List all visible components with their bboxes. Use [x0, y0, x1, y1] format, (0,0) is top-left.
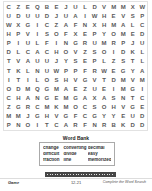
grid-cell[interactable]: C [52, 121, 62, 130]
grid-cell[interactable]: A [99, 93, 109, 102]
grid-cell[interactable]: U [128, 112, 138, 121]
grid-cell[interactable]: U [33, 11, 43, 20]
grid-cell[interactable]: I [109, 84, 119, 93]
grid-cell[interactable]: T [42, 121, 52, 130]
grid-cell[interactable]: C [23, 48, 33, 57]
grid-cell[interactable]: K [14, 66, 24, 75]
grid-cell[interactable]: U [33, 57, 43, 66]
grid-cell[interactable]: D [90, 2, 100, 11]
grid-cell[interactable]: G [90, 112, 100, 121]
grid-cell[interactable]: H [99, 11, 109, 20]
grid-cell[interactable]: K [128, 48, 138, 57]
grid-cell[interactable]: Y [109, 112, 119, 121]
grid-cell[interactable]: I [4, 75, 14, 84]
grid-cell[interactable]: U [23, 39, 33, 48]
word-search-grid: CZEQBEJULDVMMXWUDUUDJUAIWHEVSPWXGICZAFNX… [3, 1, 148, 131]
grid-cell[interactable]: M [109, 2, 119, 11]
grid-cell[interactable]: N [33, 66, 43, 75]
grid-cell[interactable]: H [61, 75, 71, 84]
grid-cell[interactable]: V [99, 2, 109, 11]
grid-cell[interactable]: P [4, 121, 14, 130]
grid-cell[interactable]: G [23, 20, 33, 29]
grid-cell[interactable]: I [14, 39, 24, 48]
grid-cell[interactable]: J [128, 39, 138, 48]
grid-cell[interactable]: V [52, 112, 62, 121]
grid-cell[interactable]: U [4, 11, 14, 20]
grid-cell[interactable]: D [4, 48, 14, 57]
grid-cell[interactable]: M [14, 112, 24, 121]
grid-cell[interactable]: X [71, 29, 81, 38]
grid-cell[interactable]: P [137, 11, 147, 20]
grid-cell[interactable]: L [137, 57, 147, 66]
word-bank-title: Word Bank [0, 135, 152, 141]
grid-cell[interactable]: E [109, 11, 119, 20]
grid-cell[interactable]: F [80, 121, 90, 130]
footer-instruction: Complete the Word Search [103, 180, 146, 184]
word-bank-word: divide [63, 152, 87, 157]
word-bank-word: easy [88, 152, 111, 157]
grid-cell[interactable]: J [52, 11, 62, 20]
grid-cell[interactable]: V [118, 11, 128, 20]
grid-cell[interactable]: I [109, 48, 119, 57]
grid-cell[interactable]: M [118, 29, 128, 38]
word-bank-word: difficult [43, 152, 63, 157]
grid-cell[interactable]: L [99, 57, 109, 66]
grid-cell[interactable]: I [33, 29, 43, 38]
grid-cell[interactable]: O [99, 48, 109, 57]
grid-cell[interactable]: E [52, 93, 62, 102]
grid-cell[interactable]: S [52, 75, 62, 84]
grid-cell[interactable]: O [71, 103, 81, 112]
grid-cell[interactable]: I [80, 11, 90, 20]
grid-cell[interactable]: N [90, 121, 100, 130]
word-bank-word: change [43, 146, 63, 151]
grid-cell[interactable]: P [90, 57, 100, 66]
grid-cell[interactable]: H [109, 103, 119, 112]
grid-cell[interactable]: S [90, 48, 100, 57]
grid-cell[interactable]: H [14, 93, 24, 102]
grid-cell[interactable]: M [109, 20, 119, 29]
grid-cell[interactable]: J [23, 112, 33, 121]
grid-cell[interactable]: N [14, 121, 24, 130]
grid-cell[interactable]: A [23, 93, 33, 102]
grid-cell[interactable]: V [71, 48, 81, 57]
grid-cell[interactable]: G [128, 84, 138, 93]
grid-cell[interactable]: M [61, 103, 71, 112]
grid-cell[interactable]: O [52, 29, 62, 38]
grid-cell[interactable]: E [80, 57, 90, 66]
grid-cell[interactable]: N [33, 93, 43, 102]
grid-cell[interactable]: G [42, 93, 52, 102]
grid-cell[interactable]: A [33, 48, 43, 57]
grid-cell[interactable]: P [14, 29, 24, 38]
word-bank-word: converting [63, 146, 87, 151]
grid-cell[interactable]: M [42, 103, 52, 112]
grid-cell[interactable]: S [42, 29, 52, 38]
grid-cell[interactable]: A [61, 121, 71, 130]
grid-cell[interactable]: Y [99, 112, 109, 121]
grid-cell[interactable]: S [71, 57, 81, 66]
grid-cell[interactable]: R [90, 66, 100, 75]
grid-cell[interactable]: E [128, 29, 138, 38]
grid-cell[interactable]: D [137, 112, 147, 121]
grid-cell[interactable]: F [80, 66, 90, 75]
grid-cell[interactable]: L [128, 20, 138, 29]
grid-cell[interactable]: O [23, 121, 33, 130]
grid-cell[interactable]: A [118, 20, 128, 29]
grid-cell[interactable]: O [61, 48, 71, 57]
grid-cell[interactable]: F [42, 39, 52, 48]
grid-cell[interactable]: R [71, 121, 81, 130]
grid-cell[interactable]: J [61, 2, 71, 11]
grid-cell[interactable]: U [137, 39, 147, 48]
grid-cell[interactable]: G [118, 66, 128, 75]
footer-divider [0, 178, 152, 179]
grid-cell[interactable]: T [128, 57, 138, 66]
grid-cell[interactable]: H [4, 29, 14, 38]
grid-cell[interactable]: C [4, 93, 14, 102]
grid-cell[interactable]: B [109, 121, 119, 130]
grid-cell[interactable]: M [118, 2, 128, 11]
grid-cell[interactable]: L [23, 66, 33, 75]
grid-cell[interactable]: U [42, 57, 52, 66]
grid-cell[interactable]: A [71, 11, 81, 20]
word-bank-word: decimal [88, 146, 111, 151]
grid-cell[interactable]: E [99, 84, 109, 93]
grid-cell[interactable]: S [128, 11, 138, 20]
grid-cell[interactable]: P [71, 66, 81, 75]
grid-cell[interactable]: D [14, 84, 24, 93]
grid-cell[interactable]: D [109, 75, 119, 84]
grid-cell[interactable]: A [80, 93, 90, 102]
grid-cell[interactable]: S [109, 93, 119, 102]
grid-cell[interactable]: M [137, 75, 147, 84]
grid-cell[interactable]: D [128, 121, 138, 130]
grid-cell[interactable]: L [80, 2, 90, 11]
grid-cell[interactable]: E [52, 2, 62, 11]
word-bank-word: memorized [88, 158, 111, 163]
grid-cell[interactable]: L [137, 48, 147, 57]
grid-cell[interactable]: X [14, 20, 24, 29]
grid-cell[interactable]: L [33, 75, 43, 84]
grid-cell[interactable]: V [23, 29, 33, 38]
grid-cell[interactable]: P [90, 29, 100, 38]
grid-cell[interactable]: Z [4, 103, 14, 112]
grid-cell[interactable]: D [14, 11, 24, 20]
grid-cell[interactable]: T [99, 75, 109, 84]
grid-cell[interactable]: W [90, 11, 100, 20]
grid-cell[interactable]: Z [80, 84, 90, 93]
grid-cell[interactable]: E [71, 84, 81, 93]
grid-cell[interactable]: V [90, 75, 100, 84]
grid-cell[interactable]: G [128, 103, 138, 112]
word-bank-word: fraction [43, 158, 63, 163]
word-bank-box: changeconvertingdecimaldifficultdivideea… [39, 142, 115, 166]
grid-cell[interactable]: Y [128, 66, 138, 75]
grid-cell[interactable]: L [33, 39, 43, 48]
grid-cell[interactable]: U [90, 39, 100, 48]
grid-cell[interactable]: H [42, 112, 52, 121]
grid-cell[interactable]: C [42, 48, 52, 57]
grid-cell[interactable]: Z [14, 2, 24, 11]
grid-cell[interactable]: Y [99, 29, 109, 38]
grid-cell[interactable]: C [80, 112, 90, 121]
grid-cell[interactable]: G [71, 93, 81, 102]
grid-cell[interactable]: G [80, 75, 90, 84]
grid-cell[interactable]: M [4, 112, 14, 121]
grid-cell[interactable]: G [42, 84, 52, 93]
grid-cell[interactable]: C [42, 20, 52, 29]
grid-cell[interactable]: M [23, 84, 33, 93]
grid-cell[interactable]: E [118, 112, 128, 121]
grid-cell[interactable]: O [42, 75, 52, 84]
grid-cell[interactable]: T [128, 93, 138, 102]
grid-cell[interactable]: U [42, 66, 52, 75]
grid-cell[interactable]: T [4, 57, 14, 66]
grid-cell[interactable]: I [33, 20, 43, 29]
grid-cell[interactable]: A [61, 84, 71, 93]
grid-cell[interactable]: P [61, 66, 71, 75]
grid-cell[interactable]: A [61, 20, 71, 29]
grid-cell[interactable]: R [23, 103, 33, 112]
grid-cell[interactable]: T [14, 75, 24, 84]
grid-cell[interactable]: M [99, 39, 109, 48]
grid-cell[interactable]: E [23, 2, 33, 11]
grid-cell[interactable]: Z [109, 57, 119, 66]
grid-cell[interactable]: D [137, 29, 147, 38]
grid-cell[interactable]: C [137, 20, 147, 29]
grid-cell[interactable]: R [99, 121, 109, 130]
grid-cell[interactable]: I [137, 84, 147, 93]
grid-cell[interactable]: W [137, 2, 147, 11]
grid-cell[interactable]: O [99, 103, 109, 112]
grid-cell[interactable]: D [137, 121, 147, 130]
grid-cell[interactable]: G [71, 39, 81, 48]
word-bank-word: line [63, 158, 87, 163]
grid-cell[interactable]: U [61, 11, 71, 20]
grid-cell[interactable]: V [71, 75, 81, 84]
grid-cell[interactable]: W [4, 20, 14, 29]
grid-cell[interactable]: X [128, 2, 138, 11]
grid-cell[interactable]: E [109, 66, 119, 75]
grid-cell[interactable]: S [118, 57, 128, 66]
grid-cell[interactable]: P [118, 39, 128, 48]
grid-cell[interactable]: G [33, 112, 43, 121]
grid-cell[interactable]: T [4, 66, 14, 75]
grid-cell[interactable]: X [90, 20, 100, 29]
grid-cell[interactable]: H [99, 20, 109, 29]
grid-cell[interactable]: N [61, 39, 71, 48]
grid-cell[interactable]: D [42, 11, 52, 20]
grid-cell[interactable]: I [23, 75, 33, 84]
grid-cell[interactable]: U [90, 84, 100, 93]
grid-cell[interactable]: C [137, 93, 147, 102]
grid-cell[interactable]: L [14, 48, 24, 57]
grid-cell[interactable]: I [33, 121, 43, 130]
grid-cell[interactable]: F [71, 20, 81, 29]
grid-cell[interactable]: N [80, 20, 90, 29]
grid-cell[interactable]: I [52, 39, 62, 48]
grid-cell[interactable]: M [52, 84, 62, 93]
grid-cell[interactable]: C [4, 2, 14, 11]
grid-cell[interactable]: K [118, 121, 128, 130]
grid-cell[interactable]: Z [52, 20, 62, 29]
grid-cell[interactable]: A [23, 57, 33, 66]
grid-cell[interactable]: Z [80, 48, 90, 57]
watermark-bar [45, 172, 116, 177]
grid-cell[interactable]: A [137, 66, 147, 75]
grid-cell[interactable]: E [137, 103, 147, 112]
grid-cell[interactable]: S [90, 103, 100, 112]
grid-cell[interactable]: Q [33, 2, 43, 11]
grid-cell[interactable]: Q [33, 84, 43, 93]
grid-cell[interactable]: Y [61, 57, 71, 66]
grid-cell[interactable]: O [4, 84, 14, 93]
grid-cell[interactable]: B [42, 2, 52, 11]
grid-cell[interactable]: V [128, 75, 138, 84]
grid-cell[interactable]: H [52, 48, 62, 57]
grid-cell[interactable]: U [71, 2, 81, 11]
grid-cell[interactable]: G [14, 103, 24, 112]
grid-cell[interactable]: F [61, 29, 71, 38]
grid-cell[interactable]: M [61, 93, 71, 102]
grid-cell[interactable]: N [118, 93, 128, 102]
grid-cell[interactable]: G [61, 112, 71, 121]
grid-cell[interactable]: M [118, 75, 128, 84]
grid-cell[interactable]: D [118, 48, 128, 57]
grid-cell[interactable]: O [109, 29, 119, 38]
grid-cell[interactable]: R [80, 39, 90, 48]
grid-cell[interactable]: W [52, 66, 62, 75]
grid-cell[interactable]: K [52, 103, 62, 112]
worksheet-page: CZEQBEJULDVMMXWUDUUDJUAIWHEVSPWXGICZAFNX… [0, 0, 152, 191]
grid-cell[interactable]: U [23, 11, 33, 20]
grid-cell[interactable]: C [33, 103, 43, 112]
grid-cell[interactable]: C [80, 103, 90, 112]
grid-cell[interactable]: J [52, 57, 62, 66]
grid-cell[interactable]: X [90, 93, 100, 102]
grid-cell[interactable]: M [118, 84, 128, 93]
grid-cell[interactable]: V [118, 103, 128, 112]
grid-cell[interactable]: V [14, 57, 24, 66]
grid-cell[interactable]: W [99, 66, 109, 75]
grid-cell[interactable]: R [109, 39, 119, 48]
grid-cell[interactable]: P [4, 39, 14, 48]
grid-cell[interactable]: F [71, 112, 81, 121]
grid-cell[interactable]: E [80, 29, 90, 38]
